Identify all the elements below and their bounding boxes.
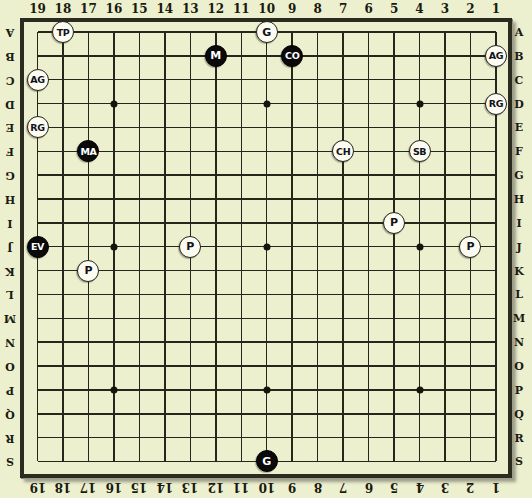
stone-black-S10[interactable]: G <box>256 450 278 472</box>
left-coordinate-label: E <box>6 121 14 134</box>
bottom-coordinate-label: 8 <box>313 480 321 494</box>
left-coordinate-label: O <box>5 360 15 373</box>
star-point <box>110 243 117 250</box>
left-coordinate-label: L <box>6 288 14 301</box>
star-point <box>416 386 423 393</box>
grid-line-vertical <box>444 32 446 461</box>
right-coordinate-label: A <box>515 26 524 39</box>
right-coordinate-label: S <box>515 455 523 468</box>
left-coordinate-label: B <box>5 49 14 62</box>
top-coordinate-label: 4 <box>415 2 423 16</box>
bottom-coordinate-label: 15 <box>131 480 148 494</box>
right-coordinate-label: C <box>515 73 524 86</box>
grid-line-vertical <box>241 32 243 461</box>
top-coordinate-label: 9 <box>288 2 296 16</box>
top-coordinate-label: 6 <box>364 2 372 16</box>
top-coordinate-label: 7 <box>339 2 347 16</box>
bottom-coordinate-label: 19 <box>29 480 46 494</box>
top-coordinate-label: 8 <box>313 2 321 16</box>
right-coordinate-label: G <box>514 169 523 182</box>
right-coordinate-label: D <box>514 97 524 110</box>
right-coordinate-label: E <box>515 121 523 134</box>
grid-line-vertical <box>393 32 395 461</box>
grid-line-vertical <box>215 32 217 461</box>
bottom-coordinate-label: 18 <box>55 480 72 494</box>
star-point <box>110 386 117 393</box>
right-coordinate-label: Q <box>514 407 524 420</box>
stone-white-A10[interactable]: G <box>256 21 278 43</box>
stone-white-C19[interactable]: AG <box>27 69 49 91</box>
stone-white-K17[interactable]: P <box>77 260 99 282</box>
top-coordinate-label: 13 <box>182 2 199 16</box>
right-coordinate-label: K <box>514 264 524 277</box>
star-point <box>416 243 423 250</box>
top-coordinate-label: 11 <box>233 2 250 16</box>
stone-black-J19[interactable]: EV <box>27 236 49 258</box>
grid-line-vertical <box>291 32 293 461</box>
top-coordinate-label: 15 <box>131 2 148 16</box>
grid-line-vertical <box>62 32 64 461</box>
bottom-coordinate-label: 11 <box>233 480 250 494</box>
star-point <box>263 100 270 107</box>
top-coordinate-label: 3 <box>441 2 449 16</box>
right-coordinate-label: P <box>515 383 523 396</box>
right-coordinate-label: M <box>513 312 525 325</box>
stone-black-F17[interactable]: MA <box>77 140 99 162</box>
top-coordinate-label: 14 <box>156 2 173 16</box>
stone-white-F7[interactable]: CH <box>332 140 354 162</box>
bottom-coordinate-label: 2 <box>466 480 474 494</box>
left-coordinate-label: G <box>5 169 14 182</box>
top-coordinate-label: 12 <box>207 2 224 16</box>
left-coordinate-label: F <box>6 145 14 158</box>
grid-line-vertical <box>368 32 370 461</box>
left-coordinate-label: S <box>6 455 14 468</box>
stone-white-F4[interactable]: SB <box>409 140 431 162</box>
left-coordinate-label: M <box>4 312 16 325</box>
right-coordinate-label: H <box>514 193 524 206</box>
bottom-coordinate-label: 9 <box>288 480 296 494</box>
top-coordinate-label: 18 <box>55 2 72 16</box>
grid-line-vertical <box>164 32 166 461</box>
top-coordinate-label: 16 <box>106 2 123 16</box>
bottom-coordinate-label: 16 <box>106 480 123 494</box>
left-coordinate-label: A <box>6 26 15 39</box>
right-coordinate-label: N <box>514 336 524 349</box>
right-coordinate-label: I <box>516 216 521 229</box>
grid-line-vertical <box>317 32 319 461</box>
left-coordinate-label: K <box>5 264 15 277</box>
stone-white-A18[interactable]: TP <box>52 21 74 43</box>
top-coordinate-label: 2 <box>466 2 474 16</box>
top-coordinate-label: 17 <box>80 2 97 16</box>
top-coordinate-label: 19 <box>29 2 46 16</box>
top-coordinate-label: 1 <box>492 2 500 16</box>
go-board-diagram: 1919181817171616151514141313121211111010… <box>0 0 532 498</box>
right-coordinate-label: B <box>514 49 523 62</box>
bottom-coordinate-label: 12 <box>207 480 224 494</box>
left-coordinate-label: D <box>5 97 15 110</box>
left-coordinate-label: I <box>7 216 12 229</box>
left-coordinate-label: Q <box>5 407 15 420</box>
left-coordinate-label: R <box>5 431 14 444</box>
grid-line-vertical <box>342 32 344 461</box>
right-coordinate-label: O <box>514 360 524 373</box>
stone-black-B9[interactable]: CO <box>281 45 303 67</box>
left-coordinate-label: C <box>6 73 15 86</box>
bottom-coordinate-label: 6 <box>364 480 372 494</box>
bottom-coordinate-label: 1 <box>492 480 500 494</box>
right-coordinate-label: R <box>514 431 523 444</box>
star-point <box>416 100 423 107</box>
bottom-coordinate-label: 13 <box>182 480 199 494</box>
stone-white-J13[interactable]: P <box>179 236 201 258</box>
stone-white-D1[interactable]: RG <box>485 93 507 115</box>
stone-white-B1[interactable]: AG <box>485 45 507 67</box>
left-coordinate-label: J <box>7 240 12 253</box>
bottom-coordinate-label: 5 <box>390 480 398 494</box>
left-coordinate-label: P <box>6 383 14 396</box>
stone-black-B12[interactable]: M <box>205 45 227 67</box>
bottom-coordinate-label: 14 <box>156 480 173 494</box>
right-coordinate-label: F <box>515 145 523 158</box>
bottom-coordinate-label: 7 <box>339 480 347 494</box>
star-point <box>110 100 117 107</box>
star-point <box>263 243 270 250</box>
right-coordinate-label: J <box>516 240 521 253</box>
stone-white-J2[interactable]: P <box>459 236 481 258</box>
left-coordinate-label: N <box>5 336 15 349</box>
bottom-coordinate-label: 17 <box>80 480 97 494</box>
right-coordinate-label: L <box>515 288 523 301</box>
bottom-coordinate-label: 4 <box>415 480 423 494</box>
left-coordinate-label: H <box>5 193 15 206</box>
star-point <box>263 386 270 393</box>
bottom-coordinate-label: 10 <box>258 480 275 494</box>
bottom-coordinate-label: 3 <box>441 480 449 494</box>
top-coordinate-label: 10 <box>258 2 275 16</box>
stone-white-E19[interactable]: RG <box>27 116 49 138</box>
stone-white-I5[interactable]: P <box>383 212 405 234</box>
grid-line-vertical <box>88 32 90 461</box>
top-coordinate-label: 5 <box>390 2 398 16</box>
grid-line-vertical <box>139 32 141 461</box>
